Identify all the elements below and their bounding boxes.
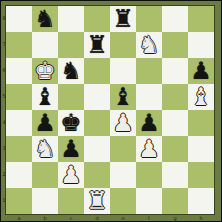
square-c2[interactable]: ♟ [58, 162, 84, 188]
square-b5[interactable]: ♝ [32, 84, 58, 110]
square-a6[interactable] [6, 58, 32, 84]
square-c5[interactable] [58, 84, 84, 110]
square-g7[interactable] [162, 32, 188, 58]
white-bishop: ♝ [188, 84, 214, 110]
square-b3[interactable]: ♞ [32, 136, 58, 162]
square-d6[interactable] [84, 58, 110, 84]
square-c1[interactable] [58, 188, 84, 214]
square-a7[interactable] [6, 32, 32, 58]
square-d2[interactable] [84, 162, 110, 188]
square-b4[interactable]: ♟ [32, 110, 58, 136]
square-b8[interactable]: ♞ [32, 6, 58, 32]
square-f1[interactable] [136, 188, 162, 214]
square-d1[interactable]: ♜ [84, 188, 110, 214]
square-f6[interactable] [136, 58, 162, 84]
file-label-d: d [84, 216, 110, 221]
square-h4[interactable] [188, 110, 214, 136]
square-c6[interactable]: ♞ [58, 58, 84, 84]
square-a4[interactable] [6, 110, 32, 136]
white-rook: ♜ [84, 188, 110, 214]
black-pawn: ♟ [188, 58, 214, 84]
square-h5[interactable]: ♝ [188, 84, 214, 110]
file-label-b: b [32, 216, 58, 221]
file-label-c: c [58, 216, 84, 221]
black-king: ♚ [58, 110, 84, 136]
square-c8[interactable] [58, 6, 84, 32]
square-g6[interactable] [162, 58, 188, 84]
chessboard: ♞♜♜♞♚♞♟♝♝♝♟♚♟♟♞♟♟♟♜ [6, 6, 214, 214]
square-g5[interactable] [162, 84, 188, 110]
square-b6[interactable]: ♚ [32, 58, 58, 84]
square-d5[interactable] [84, 84, 110, 110]
black-pawn: ♟ [32, 110, 58, 136]
file-label-e: e [110, 216, 136, 221]
black-pawn: ♟ [58, 136, 84, 162]
square-a2[interactable] [6, 162, 32, 188]
square-h6[interactable]: ♟ [188, 58, 214, 84]
square-h7[interactable] [188, 32, 214, 58]
square-b2[interactable] [32, 162, 58, 188]
square-d3[interactable] [84, 136, 110, 162]
square-b7[interactable] [32, 32, 58, 58]
square-c4[interactable]: ♚ [58, 110, 84, 136]
white-knight: ♞ [136, 32, 162, 58]
square-f4[interactable]: ♟ [136, 110, 162, 136]
square-h2[interactable] [188, 162, 214, 188]
black-rook: ♜ [84, 32, 110, 58]
white-pawn: ♟ [58, 162, 84, 188]
file-label-h: h [188, 216, 214, 221]
square-e3[interactable] [110, 136, 136, 162]
square-a8[interactable] [6, 6, 32, 32]
square-g2[interactable] [162, 162, 188, 188]
square-e5[interactable]: ♝ [110, 84, 136, 110]
file-label-g: g [162, 216, 188, 221]
square-a1[interactable] [6, 188, 32, 214]
square-e4[interactable]: ♟ [110, 110, 136, 136]
square-a5[interactable] [6, 84, 32, 110]
square-f2[interactable] [136, 162, 162, 188]
chessboard-frame: ♞♜♜♞♚♞♟♝♝♝♟♚♟♟♞♟♟♟♜ 87654321abcdefgh [0, 0, 222, 222]
square-f8[interactable] [136, 6, 162, 32]
black-knight: ♞ [32, 6, 58, 32]
square-g4[interactable] [162, 110, 188, 136]
square-f3[interactable]: ♟ [136, 136, 162, 162]
white-pawn: ♟ [110, 110, 136, 136]
black-bishop: ♝ [32, 84, 58, 110]
square-d4[interactable] [84, 110, 110, 136]
square-h8[interactable] [188, 6, 214, 32]
white-knight: ♞ [32, 136, 58, 162]
square-h1[interactable] [188, 188, 214, 214]
square-d7[interactable]: ♜ [84, 32, 110, 58]
square-b1[interactable] [32, 188, 58, 214]
square-e7[interactable] [110, 32, 136, 58]
black-rook: ♜ [110, 6, 136, 32]
square-f7[interactable]: ♞ [136, 32, 162, 58]
square-e1[interactable] [110, 188, 136, 214]
square-g3[interactable] [162, 136, 188, 162]
square-c7[interactable] [58, 32, 84, 58]
square-e8[interactable]: ♜ [110, 6, 136, 32]
square-g1[interactable] [162, 188, 188, 214]
square-a3[interactable] [6, 136, 32, 162]
file-label-f: f [136, 216, 162, 221]
black-pawn: ♟ [136, 110, 162, 136]
black-knight: ♞ [58, 58, 84, 84]
white-pawn: ♟ [136, 136, 162, 162]
square-d8[interactable] [84, 6, 110, 32]
square-f5[interactable] [136, 84, 162, 110]
black-bishop: ♝ [110, 84, 136, 110]
square-g8[interactable] [162, 6, 188, 32]
square-e2[interactable] [110, 162, 136, 188]
white-king: ♚ [32, 58, 58, 84]
file-label-a: a [6, 216, 32, 221]
square-e6[interactable] [110, 58, 136, 84]
square-h3[interactable] [188, 136, 214, 162]
square-c3[interactable]: ♟ [58, 136, 84, 162]
